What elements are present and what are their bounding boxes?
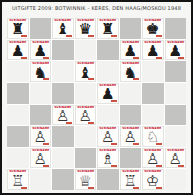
square-d5 [75, 83, 97, 104]
square-a6 [7, 61, 29, 82]
square-g2: SURINAME♙ [142, 148, 164, 169]
square-f1: SURINAME♖ [120, 169, 142, 190]
square-c7 [52, 40, 74, 61]
stamp-country-label: SURINAME [143, 171, 162, 174]
square-e2: SURINAME♗ [97, 148, 119, 169]
stamp-value-mark [21, 35, 27, 37]
stamp-value-mark [133, 143, 139, 145]
stamp-value-mark [43, 143, 49, 145]
square-h3 [165, 126, 187, 147]
stamp-country-label: SURINAME [143, 127, 162, 130]
square-a2 [7, 148, 29, 169]
square-h2: SURINAME♙ [165, 148, 187, 169]
stamp-value-mark [111, 165, 117, 167]
stamp-country-label: SURINAME [98, 19, 117, 22]
square-h4 [165, 105, 187, 126]
stamp-value-mark [111, 100, 117, 102]
stamp-value-mark [43, 165, 49, 167]
stamp-country-label: SURINAME [53, 106, 72, 109]
square-h1 [165, 169, 187, 190]
stamp-country-label: SURINAME [31, 41, 50, 44]
square-g7: SURINAME♟ [142, 40, 164, 61]
stamp-country-label: SURINAME [98, 149, 117, 152]
square-a5 [7, 83, 29, 104]
stamp-value-mark [156, 143, 162, 145]
square-b1 [30, 169, 52, 190]
square-b7: SURINAME♟ [30, 40, 52, 61]
stamp-value-mark [156, 187, 162, 189]
square-f8 [120, 18, 142, 39]
stamp-country-label: SURINAME [76, 19, 95, 22]
square-c6 [52, 61, 74, 82]
square-g5 [142, 83, 164, 104]
stamp-country-label: SURINAME [8, 19, 27, 22]
stamp-value-mark [88, 122, 94, 124]
stamp-country-label: SURINAME [8, 171, 27, 174]
stamp-value-mark [178, 57, 184, 59]
square-d4: SURINAME♙ [75, 105, 97, 126]
stamp-country-label: SURINAME [76, 171, 95, 174]
square-e4 [97, 105, 119, 126]
stamp-country-label: SURINAME [143, 19, 162, 22]
square-g4 [142, 105, 164, 126]
stamp-value-mark [88, 35, 94, 37]
square-c4: SURINAME♙ [52, 105, 74, 126]
square-d6: SURINAME♝ [75, 61, 97, 82]
square-b3: SURINAME♙ [30, 126, 52, 147]
square-f7: SURINAME♟ [120, 40, 142, 61]
stamp-country-label: SURINAME [143, 149, 162, 152]
square-b6: SURINAME♞ [30, 61, 52, 82]
stamp-country-label: SURINAME [31, 149, 50, 152]
square-f2 [120, 148, 142, 169]
square-h6 [165, 61, 187, 82]
square-g6 [142, 61, 164, 82]
square-g3: SURINAME♘ [142, 126, 164, 147]
square-d3 [75, 126, 97, 147]
stamp-value-mark [111, 143, 117, 145]
sheet-title: UITGIFTE 2009: BOTWINNIK - KERES, DEN HA… [2, 5, 191, 11]
stamp-country-label: SURINAME [31, 62, 50, 65]
stamp-value-mark [66, 35, 72, 37]
square-e3: SURINAME♙ [97, 126, 119, 147]
square-d1: SURINAME♕ [75, 169, 97, 190]
stamp-value-mark [178, 165, 184, 167]
stamp-value-mark [21, 187, 27, 189]
stamp-value-mark [21, 57, 27, 59]
square-f4 [120, 105, 142, 126]
square-b4 [30, 105, 52, 126]
stamp-country-label: SURINAME [121, 62, 140, 65]
square-f6: SURINAME♞ [120, 61, 142, 82]
square-d8: SURINAME♛ [75, 18, 97, 39]
square-d7 [75, 40, 97, 61]
square-d2 [75, 148, 97, 169]
stamp-value-mark [66, 122, 72, 124]
stamp-country-label: SURINAME [8, 41, 27, 44]
stamp-country-label: SURINAME [143, 41, 162, 44]
square-a3 [7, 126, 29, 147]
square-b2: SURINAME♙ [30, 148, 52, 169]
square-g1: SURINAME♔ [142, 169, 164, 190]
stamp-value-mark [43, 57, 49, 59]
stamp-value-mark [156, 165, 162, 167]
stamp-value-mark [88, 78, 94, 80]
square-c5 [52, 83, 74, 104]
square-c1 [52, 169, 74, 190]
stamp-value-mark [156, 35, 162, 37]
square-h7: SURINAME♟ [165, 40, 187, 61]
stamp-country-label: SURINAME [53, 19, 72, 22]
stamp-value-mark [133, 78, 139, 80]
square-h5 [165, 83, 187, 104]
square-f3: SURINAME♙ [120, 126, 142, 147]
stamp-sheet: UITGIFTE 2009: BOTWINNIK - KERES, DEN HA… [0, 0, 193, 195]
stamp-country-label: SURINAME [76, 62, 95, 65]
stamp-country-label: SURINAME [98, 84, 117, 87]
stamp-value-mark [133, 187, 139, 189]
square-a8: SURINAME♜ [7, 18, 29, 39]
square-a1: SURINAME♖ [7, 169, 29, 190]
square-e8: SURINAME♜ [97, 18, 119, 39]
square-c2 [52, 148, 74, 169]
square-a4 [7, 105, 29, 126]
square-g8: SURINAME♚ [142, 18, 164, 39]
stamp-value-mark [88, 187, 94, 189]
square-e5: SURINAME♟ [97, 83, 119, 104]
square-b5 [30, 83, 52, 104]
square-a7: SURINAME♟ [7, 40, 29, 61]
square-h8 [165, 18, 187, 39]
square-e1 [97, 169, 119, 190]
stamp-country-label: SURINAME [121, 171, 140, 174]
chess-board: SURINAME♜SURINAME♝SURINAME♛SURINAME♜SURI… [7, 18, 186, 190]
stamp-value-mark [133, 57, 139, 59]
stamp-country-label: SURINAME [121, 127, 140, 130]
stamp-value-mark [111, 35, 117, 37]
stamp-country-label: SURINAME [121, 41, 140, 44]
square-c8: SURINAME♝ [52, 18, 74, 39]
square-e7 [97, 40, 119, 61]
stamp-country-label: SURINAME [76, 106, 95, 109]
square-e6 [97, 61, 119, 82]
stamp-value-mark [156, 57, 162, 59]
stamp-country-label: SURINAME [166, 149, 185, 152]
stamp-country-label: SURINAME [166, 41, 185, 44]
stamp-country-label: SURINAME [98, 127, 117, 130]
square-b8 [30, 18, 52, 39]
stamp-value-mark [43, 78, 49, 80]
square-f5 [120, 83, 142, 104]
stamp-country-label: SURINAME [31, 127, 50, 130]
square-c3 [52, 126, 74, 147]
